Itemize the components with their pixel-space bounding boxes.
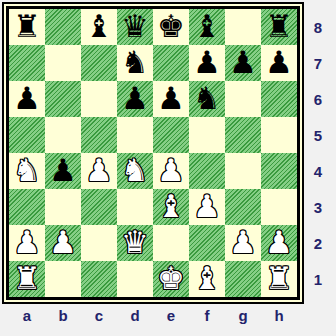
- black-rook-piece: ♜: [265, 9, 293, 44]
- square-f4[interactable]: [189, 153, 225, 189]
- square-f1[interactable]: ♝: [189, 261, 225, 297]
- square-e6[interactable]: ♟: [153, 81, 189, 117]
- square-f6[interactable]: ♞: [189, 81, 225, 117]
- file-label-f: f: [189, 303, 225, 327]
- square-a3[interactable]: [9, 189, 45, 225]
- square-g7[interactable]: ♟: [225, 45, 261, 81]
- square-e2[interactable]: [153, 225, 189, 261]
- square-d8[interactable]: ♛: [117, 9, 153, 45]
- square-e3[interactable]: ♝: [153, 189, 189, 225]
- screen: ♜♝♛♚♝♜♞♟♟♟♟♟♟♞♞♟♟♞♟♝♟♟♟♛♟♟♜♚♝♜ abcdefgh …: [0, 0, 336, 336]
- square-f7[interactable]: ♟: [189, 45, 225, 81]
- square-a5[interactable]: [9, 117, 45, 153]
- square-c2[interactable]: [81, 225, 117, 261]
- square-f3[interactable]: ♟: [189, 189, 225, 225]
- square-a6[interactable]: ♟: [9, 81, 45, 117]
- white-bishop-piece: ♝: [157, 189, 185, 224]
- white-king-piece: ♚: [157, 261, 185, 296]
- chess-board-border: ♜♝♛♚♝♜♞♟♟♟♟♟♟♞♞♟♟♞♟♝♟♟♟♛♟♟♜♚♝♜: [6, 6, 300, 300]
- rank-label-4: 4: [306, 153, 330, 189]
- black-bishop-piece: ♝: [193, 9, 221, 44]
- square-e1[interactable]: ♚: [153, 261, 189, 297]
- square-h1[interactable]: ♜: [261, 261, 297, 297]
- square-c7[interactable]: [81, 45, 117, 81]
- black-knight-piece: ♞: [193, 81, 221, 116]
- white-pawn-piece: ♟: [49, 225, 77, 260]
- square-h3[interactable]: [261, 189, 297, 225]
- file-label-h: h: [261, 303, 297, 327]
- square-e4[interactable]: ♟: [153, 153, 189, 189]
- square-h7[interactable]: ♟: [261, 45, 297, 81]
- square-g2[interactable]: ♟: [225, 225, 261, 261]
- black-rook-piece: ♜: [13, 9, 41, 44]
- white-pawn-piece: ♟: [229, 225, 257, 260]
- square-c6[interactable]: [81, 81, 117, 117]
- square-d3[interactable]: [117, 189, 153, 225]
- black-pawn-piece: ♟: [193, 45, 221, 80]
- square-g3[interactable]: [225, 189, 261, 225]
- white-knight-piece: ♞: [121, 153, 149, 188]
- square-h5[interactable]: [261, 117, 297, 153]
- square-e5[interactable]: [153, 117, 189, 153]
- black-king-piece: ♚: [157, 9, 185, 44]
- square-g4[interactable]: [225, 153, 261, 189]
- chess-board-frame: ♜♝♛♚♝♜♞♟♟♟♟♟♟♞♞♟♟♞♟♝♟♟♟♛♟♟♜♚♝♜: [2, 2, 304, 304]
- square-c4[interactable]: ♟: [81, 153, 117, 189]
- rank-label-6: 6: [306, 81, 330, 117]
- square-h6[interactable]: [261, 81, 297, 117]
- black-pawn-piece: ♟: [229, 45, 257, 80]
- file-label-a: a: [9, 303, 45, 327]
- square-f8[interactable]: ♝: [189, 9, 225, 45]
- square-a7[interactable]: [9, 45, 45, 81]
- white-pawn-piece: ♟: [85, 153, 113, 188]
- white-queen-piece: ♛: [121, 225, 149, 260]
- file-label-c: c: [81, 303, 117, 327]
- white-rook-piece: ♜: [265, 261, 293, 296]
- square-b7[interactable]: [45, 45, 81, 81]
- white-bishop-piece: ♝: [193, 261, 221, 296]
- black-pawn-piece: ♟: [121, 81, 149, 116]
- black-pawn-piece: ♟: [49, 153, 77, 188]
- square-b3[interactable]: [45, 189, 81, 225]
- square-a2[interactable]: ♟: [9, 225, 45, 261]
- square-g5[interactable]: [225, 117, 261, 153]
- square-c8[interactable]: ♝: [81, 9, 117, 45]
- square-f5[interactable]: [189, 117, 225, 153]
- square-d6[interactable]: ♟: [117, 81, 153, 117]
- file-labels: abcdefgh: [9, 303, 297, 327]
- rank-labels: 87654321: [306, 9, 330, 297]
- square-h8[interactable]: ♜: [261, 9, 297, 45]
- white-pawn-piece: ♟: [13, 225, 41, 260]
- chess-board: ♜♝♛♚♝♜♞♟♟♟♟♟♟♞♞♟♟♞♟♝♟♟♟♛♟♟♜♚♝♜: [9, 9, 297, 297]
- white-pawn-piece: ♟: [265, 225, 293, 260]
- square-g8[interactable]: [225, 9, 261, 45]
- white-rook-piece: ♜: [13, 261, 41, 296]
- square-b5[interactable]: [45, 117, 81, 153]
- square-c3[interactable]: [81, 189, 117, 225]
- square-a1[interactable]: ♜: [9, 261, 45, 297]
- white-pawn-piece: ♟: [157, 153, 185, 188]
- square-b4[interactable]: ♟: [45, 153, 81, 189]
- square-d5[interactable]: [117, 117, 153, 153]
- square-g1[interactable]: [225, 261, 261, 297]
- file-label-b: b: [45, 303, 81, 327]
- square-d7[interactable]: ♞: [117, 45, 153, 81]
- square-e8[interactable]: ♚: [153, 9, 189, 45]
- rank-label-5: 5: [306, 117, 330, 153]
- square-d4[interactable]: ♞: [117, 153, 153, 189]
- square-d1[interactable]: [117, 261, 153, 297]
- square-b8[interactable]: [45, 9, 81, 45]
- square-a8[interactable]: ♜: [9, 9, 45, 45]
- black-pawn-piece: ♟: [265, 45, 293, 80]
- square-g6[interactable]: [225, 81, 261, 117]
- square-b6[interactable]: [45, 81, 81, 117]
- square-h2[interactable]: ♟: [261, 225, 297, 261]
- white-pawn-piece: ♟: [193, 189, 221, 224]
- rank-label-7: 7: [306, 45, 330, 81]
- square-f2[interactable]: [189, 225, 225, 261]
- rank-label-2: 2: [306, 225, 330, 261]
- square-d2[interactable]: ♛: [117, 225, 153, 261]
- black-queen-piece: ♛: [121, 9, 149, 44]
- square-c5[interactable]: [81, 117, 117, 153]
- rank-label-3: 3: [306, 189, 330, 225]
- square-e7[interactable]: [153, 45, 189, 81]
- file-label-d: d: [117, 303, 153, 327]
- white-knight-piece: ♞: [13, 153, 41, 188]
- square-c1[interactable]: [81, 261, 117, 297]
- black-pawn-piece: ♟: [157, 81, 185, 116]
- black-knight-piece: ♞: [121, 45, 149, 80]
- black-bishop-piece: ♝: [85, 9, 113, 44]
- square-h4[interactable]: [261, 153, 297, 189]
- square-b2[interactable]: ♟: [45, 225, 81, 261]
- file-label-e: e: [153, 303, 189, 327]
- rank-label-1: 1: [306, 261, 330, 297]
- rank-label-8: 8: [306, 9, 330, 45]
- square-b1[interactable]: [45, 261, 81, 297]
- square-a4[interactable]: ♞: [9, 153, 45, 189]
- black-pawn-piece: ♟: [13, 81, 41, 116]
- file-label-g: g: [225, 303, 261, 327]
